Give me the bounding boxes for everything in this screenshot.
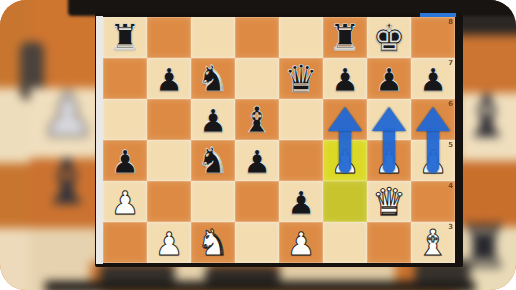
board-screenshot: ♜♜♚8♟♞♛♟♟♟7♟♝6♟♞♟♟♟♟5♟♟♛4♟♞♟♝3 [95, 13, 463, 267]
page-left-strip [96, 16, 103, 264]
rank-label-4: 4 [448, 182, 453, 190]
square-f8[interactable]: ♜ [323, 17, 367, 58]
square-b8[interactable] [147, 17, 191, 58]
square-e8[interactable] [279, 17, 323, 58]
black-knight-icon: ♞ [191, 140, 235, 181]
black-pawn-icon: ♟ [323, 58, 367, 99]
square-g4[interactable]: ♛ [367, 181, 411, 222]
white-pawn-icon: ♟ [279, 222, 323, 263]
move-arrow-head-f5-f6 [328, 107, 362, 131]
white-pawn-icon: ♟ [147, 222, 191, 263]
square-b4[interactable] [147, 181, 191, 222]
square-a8[interactable]: ♜ [103, 17, 147, 58]
square-c3[interactable]: ♞ [191, 222, 235, 263]
move-arrow-h5-h6 [427, 129, 439, 173]
square-d3[interactable] [235, 222, 279, 263]
black-king-icon: ♚ [367, 17, 411, 58]
move-arrow-head-g5-g6 [372, 107, 406, 131]
black-pawn-icon: ♟ [235, 140, 279, 181]
square-e4[interactable]: ♟ [279, 181, 323, 222]
move-arrow-f5-f6 [339, 129, 351, 173]
black-pawn-icon: ♟ [103, 140, 147, 181]
square-f4[interactable] [323, 181, 367, 222]
square-b3[interactable]: ♟ [147, 222, 191, 263]
square-c6[interactable]: ♟ [191, 99, 235, 140]
square-c7[interactable]: ♞ [191, 58, 235, 99]
square-g7[interactable]: ♟ [367, 58, 411, 99]
square-f7[interactable]: ♟ [323, 58, 367, 99]
square-a3[interactable] [103, 222, 147, 263]
square-b5[interactable] [147, 140, 191, 181]
square-b6[interactable] [147, 99, 191, 140]
square-a7[interactable] [103, 58, 147, 99]
black-pawn-icon: ♟ [147, 58, 191, 99]
move-arrow-head-h5-h6 [416, 107, 450, 131]
black-knight-icon: ♞ [191, 58, 235, 99]
square-g8[interactable]: ♚ [367, 17, 411, 58]
chess-thumbnail: ♟ ♝ ♝ ♜ ♜♜♚8♟♞♛♟♟♟7♟♝6♟♞♟♟♟♟5♟♟♛4♟♞♟♝3 [0, 0, 516, 290]
square-d4[interactable] [235, 181, 279, 222]
black-bishop-icon: ♝ [235, 99, 279, 140]
square-a4[interactable]: ♟ [103, 181, 147, 222]
square-c4[interactable] [191, 181, 235, 222]
black-pawn-icon: ♟ [367, 58, 411, 99]
rank-label-7: 7 [448, 59, 453, 67]
square-e3[interactable]: ♟ [279, 222, 323, 263]
square-a6[interactable] [103, 99, 147, 140]
square-e6[interactable] [279, 99, 323, 140]
black-pawn-icon: ♟ [191, 99, 235, 140]
board: ♜♜♚8♟♞♛♟♟♟7♟♝6♟♞♟♟♟♟5♟♟♛4♟♞♟♝3 [103, 17, 455, 263]
square-c8[interactable] [191, 17, 235, 58]
black-rook-icon: ♜ [323, 17, 367, 58]
square-g3[interactable] [367, 222, 411, 263]
square-d5[interactable]: ♟ [235, 140, 279, 181]
square-h3[interactable]: ♝3 [411, 222, 455, 263]
move-arrow-g5-g6 [383, 129, 395, 173]
black-pawn-icon: ♟ [279, 181, 323, 222]
square-d8[interactable] [235, 17, 279, 58]
white-queen-icon: ♛ [367, 181, 411, 222]
white-pawn-icon: ♟ [103, 181, 147, 222]
rank-label-3: 3 [448, 223, 453, 231]
square-e7[interactable]: ♛ [279, 58, 323, 99]
rank-label-5: 5 [448, 141, 453, 149]
white-knight-icon: ♞ [191, 222, 235, 263]
black-rook-icon: ♜ [103, 17, 147, 58]
square-c5[interactable]: ♞ [191, 140, 235, 181]
square-a5[interactable]: ♟ [103, 140, 147, 181]
square-b7[interactable]: ♟ [147, 58, 191, 99]
square-h4[interactable]: 4 [411, 181, 455, 222]
square-h8[interactable]: 8 [411, 17, 455, 58]
rank-label-8: 8 [448, 18, 453, 26]
square-d6[interactable]: ♝ [235, 99, 279, 140]
black-queen-icon: ♛ [279, 58, 323, 99]
square-h7[interactable]: ♟7 [411, 58, 455, 99]
square-e5[interactable] [279, 140, 323, 181]
square-d7[interactable] [235, 58, 279, 99]
square-f3[interactable] [323, 222, 367, 263]
